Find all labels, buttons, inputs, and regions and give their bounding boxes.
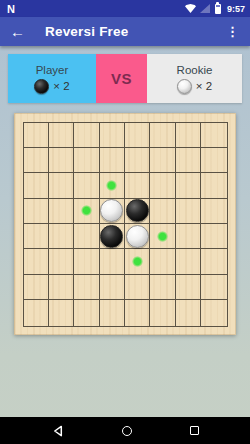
board-cell-d4[interactable] [100,199,125,224]
board-cell-a3[interactable] [24,173,49,198]
versus-label: VS [111,70,132,87]
board-cell-b7[interactable] [49,275,74,300]
board-cell-b3[interactable] [49,173,74,198]
board-cell-g7[interactable] [176,275,201,300]
board-cell-g1[interactable] [176,123,201,148]
board-cell-e4[interactable] [125,199,150,224]
board-cell-b1[interactable] [49,123,74,148]
board-cell-h4[interactable] [201,199,226,224]
white-disc-d4 [100,199,123,222]
board-cell-c8[interactable] [74,300,99,325]
board-cell-d7[interactable] [100,275,125,300]
board-cell-f7[interactable] [150,275,175,300]
board-grid [23,122,228,327]
board-cell-f3[interactable] [150,173,175,198]
board-cell-h8[interactable] [201,300,226,325]
board-cell-b2[interactable] [49,148,74,173]
board-cell-e1[interactable] [125,123,150,148]
board-cell-c7[interactable] [74,275,99,300]
board-cell-e5[interactable] [125,224,150,249]
board-cell-a7[interactable] [24,275,49,300]
board-cell-c5[interactable] [74,224,99,249]
opponent-score-panel: Rookie × 2 [147,54,242,103]
board-cell-g5[interactable] [176,224,201,249]
board-cell-b8[interactable] [49,300,74,325]
board-cell-c2[interactable] [74,148,99,173]
battery-icon [215,4,221,14]
board-cell-h7[interactable] [201,275,226,300]
board-cell-d2[interactable] [100,148,125,173]
board-cell-h6[interactable] [201,249,226,274]
board-cell-f2[interactable] [150,148,175,173]
opponent-name: Rookie [177,64,213,76]
nav-recents-icon[interactable] [190,426,199,435]
board-cell-b5[interactable] [49,224,74,249]
board-cell-d5[interactable] [100,224,125,249]
wifi-icon [185,4,196,13]
board-cell-g8[interactable] [176,300,201,325]
player-name: Player [36,64,69,76]
opponent-disc-count: × 2 [196,80,212,92]
overflow-menu-icon[interactable]: ⋮ [223,24,242,39]
board-cell-f4[interactable] [150,199,175,224]
board-cell-f6[interactable] [150,249,175,274]
board-cell-d1[interactable] [100,123,125,148]
legal-move-hint-f5[interactable] [157,231,168,242]
status-bar-clock: 9:57 [227,4,245,14]
board-cell-d8[interactable] [100,300,125,325]
board-cell-f1[interactable] [150,123,175,148]
board-cell-h1[interactable] [201,123,226,148]
board-cell-g4[interactable] [176,199,201,224]
board-cell-a4[interactable] [24,199,49,224]
board-cell-b6[interactable] [49,249,74,274]
back-arrow-icon[interactable]: ← [10,24,26,39]
board-cell-h2[interactable] [201,148,226,173]
app-bar: ← Reversi Free ⋮ [0,17,250,46]
board-cell-a1[interactable] [24,123,49,148]
board-cell-c6[interactable] [74,249,99,274]
cell-signal-icon [200,4,210,13]
phone-screen: N 9:57 ← Reversi Free ⋮ Player × 2 VS Ro… [0,0,250,444]
nav-back-icon[interactable] [52,425,64,437]
board-cell-a2[interactable] [24,148,49,173]
versus-panel: VS [96,54,147,103]
legal-move-hint-d3[interactable] [106,180,117,191]
opponent-white-disc-icon [177,79,192,94]
reversi-board [14,113,236,335]
player-black-disc-icon [34,79,49,94]
android-n-notification-icon: N [7,3,14,15]
legal-move-hint-e6[interactable] [132,256,143,267]
board-cell-e3[interactable] [125,173,150,198]
board-cell-e7[interactable] [125,275,150,300]
board-cell-g2[interactable] [176,148,201,173]
board-cell-f5[interactable] [150,224,175,249]
scoreboard: Player × 2 VS Rookie × 2 [8,54,242,103]
black-disc-e4 [126,199,149,222]
board-cell-b4[interactable] [49,199,74,224]
board-cell-a5[interactable] [24,224,49,249]
board-cell-c3[interactable] [74,173,99,198]
board-cell-d3[interactable] [100,173,125,198]
board-cell-e8[interactable] [125,300,150,325]
board-cell-h3[interactable] [201,173,226,198]
player-disc-count: × 2 [53,80,69,92]
board-cell-d6[interactable] [100,249,125,274]
board-cell-c1[interactable] [74,123,99,148]
board-cell-a6[interactable] [24,249,49,274]
player-score-panel: Player × 2 [8,54,96,103]
nav-home-icon[interactable] [122,426,132,436]
white-disc-e5 [126,225,149,248]
board-cell-a8[interactable] [24,300,49,325]
board-cell-e2[interactable] [125,148,150,173]
board-cell-g6[interactable] [176,249,201,274]
status-bar: N 9:57 [0,0,250,17]
android-nav-bar [0,417,250,444]
black-disc-d5 [100,225,123,248]
board-cell-g3[interactable] [176,173,201,198]
board-cell-h5[interactable] [201,224,226,249]
board-cell-e6[interactable] [125,249,150,274]
board-cell-f8[interactable] [150,300,175,325]
legal-move-hint-c4[interactable] [81,205,92,216]
board-cell-c4[interactable] [74,199,99,224]
app-title: Reversi Free [45,24,128,39]
